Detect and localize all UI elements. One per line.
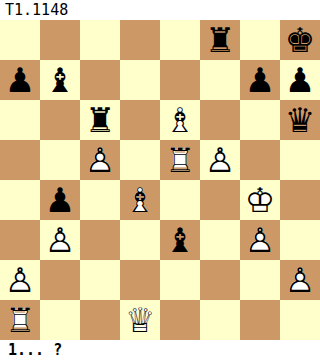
- square-b7[interactable]: ♝: [40, 60, 80, 100]
- white-queen-icon: ♕: [120, 300, 160, 340]
- square-g7[interactable]: ♟: [240, 60, 280, 100]
- square-a3[interactable]: [0, 220, 40, 260]
- square-c8[interactable]: [80, 20, 120, 60]
- black-rook-icon: ♜: [200, 20, 240, 60]
- white-bishop-icon: ♗: [160, 100, 200, 140]
- square-c1[interactable]: [80, 300, 120, 340]
- square-d5[interactable]: [120, 140, 160, 180]
- white-pawn-icon: ♙: [40, 220, 80, 260]
- square-f2[interactable]: [200, 260, 240, 300]
- square-a1[interactable]: ♜♖: [0, 300, 40, 340]
- square-h2[interactable]: ♟♙: [280, 260, 320, 300]
- square-h1[interactable]: [280, 300, 320, 340]
- square-f7[interactable]: [200, 60, 240, 100]
- white-rook-icon: ♖: [0, 300, 40, 340]
- square-b2[interactable]: [40, 260, 80, 300]
- chess-board: ♜♚♟♝♟♟♜♝♗♛♟♙♜♖♟♙♟♝♗♚♔♟♙♝♟♙♟♙♟♙♜♖♛♕: [0, 20, 320, 340]
- square-g8[interactable]: [240, 20, 280, 60]
- white-bishop-icon: ♗: [120, 180, 160, 220]
- square-e3[interactable]: ♝: [160, 220, 200, 260]
- black-king-icon: ♚: [280, 20, 320, 60]
- square-h3[interactable]: [280, 220, 320, 260]
- square-f6[interactable]: [200, 100, 240, 140]
- square-d7[interactable]: [120, 60, 160, 100]
- white-pawn-icon-fill: ♟: [280, 260, 320, 300]
- puzzle-id-title: T1.1148: [0, 0, 320, 20]
- square-d3[interactable]: [120, 220, 160, 260]
- square-d1[interactable]: ♛♕: [120, 300, 160, 340]
- black-pawn-icon: ♟: [40, 180, 80, 220]
- white-pawn-icon-fill: ♟: [0, 260, 40, 300]
- square-a7[interactable]: ♟: [0, 60, 40, 100]
- square-h8[interactable]: ♚: [280, 20, 320, 60]
- square-d6[interactable]: [120, 100, 160, 140]
- square-a6[interactable]: [0, 100, 40, 140]
- white-bishop-icon-fill: ♝: [160, 100, 200, 140]
- square-c6[interactable]: ♜: [80, 100, 120, 140]
- white-pawn-icon-fill: ♟: [40, 220, 80, 260]
- square-g6[interactable]: [240, 100, 280, 140]
- black-rook-icon: ♜: [80, 100, 120, 140]
- square-e8[interactable]: [160, 20, 200, 60]
- white-pawn-icon-fill: ♟: [80, 140, 120, 180]
- square-h6[interactable]: ♛: [280, 100, 320, 140]
- white-rook-icon-fill: ♜: [160, 140, 200, 180]
- white-queen-icon-fill: ♛: [120, 300, 160, 340]
- square-f8[interactable]: ♜: [200, 20, 240, 60]
- square-h4[interactable]: [280, 180, 320, 220]
- square-c7[interactable]: [80, 60, 120, 100]
- square-e6[interactable]: ♝♗: [160, 100, 200, 140]
- white-pawn-icon: ♙: [240, 220, 280, 260]
- square-b6[interactable]: [40, 100, 80, 140]
- square-a2[interactable]: ♟♙: [0, 260, 40, 300]
- square-e5[interactable]: ♜♖: [160, 140, 200, 180]
- square-g1[interactable]: [240, 300, 280, 340]
- square-a5[interactable]: [0, 140, 40, 180]
- square-f1[interactable]: [200, 300, 240, 340]
- square-b8[interactable]: [40, 20, 80, 60]
- white-pawn-icon: ♙: [200, 140, 240, 180]
- white-pawn-icon-fill: ♟: [200, 140, 240, 180]
- square-d4[interactable]: ♝♗: [120, 180, 160, 220]
- square-e4[interactable]: [160, 180, 200, 220]
- black-bishop-icon: ♝: [160, 220, 200, 260]
- square-e2[interactable]: [160, 260, 200, 300]
- white-rook-icon: ♖: [160, 140, 200, 180]
- white-bishop-icon-fill: ♝: [120, 180, 160, 220]
- square-h7[interactable]: ♟: [280, 60, 320, 100]
- black-pawn-icon: ♟: [0, 60, 40, 100]
- square-g3[interactable]: ♟♙: [240, 220, 280, 260]
- white-rook-icon-fill: ♜: [0, 300, 40, 340]
- square-h5[interactable]: [280, 140, 320, 180]
- square-c3[interactable]: [80, 220, 120, 260]
- square-f5[interactable]: ♟♙: [200, 140, 240, 180]
- square-a4[interactable]: [0, 180, 40, 220]
- black-queen-icon: ♛: [280, 100, 320, 140]
- square-g2[interactable]: [240, 260, 280, 300]
- square-b1[interactable]: [40, 300, 80, 340]
- square-e1[interactable]: [160, 300, 200, 340]
- black-bishop-icon: ♝: [40, 60, 80, 100]
- square-b4[interactable]: ♟: [40, 180, 80, 220]
- square-d8[interactable]: [120, 20, 160, 60]
- square-c2[interactable]: [80, 260, 120, 300]
- white-pawn-icon-fill: ♟: [240, 220, 280, 260]
- square-b3[interactable]: ♟♙: [40, 220, 80, 260]
- square-c5[interactable]: ♟♙: [80, 140, 120, 180]
- square-g5[interactable]: [240, 140, 280, 180]
- black-pawn-icon: ♟: [240, 60, 280, 100]
- white-pawn-icon: ♙: [80, 140, 120, 180]
- chess-diagram-window: T1.1148 ♜♚♟♝♟♟♜♝♗♛♟♙♜♖♟♙♟♝♗♚♔♟♙♝♟♙♟♙♟♙♜♖…: [0, 0, 320, 360]
- move-prompt: 1... ?: [0, 340, 320, 360]
- white-king-icon-fill: ♚: [240, 180, 280, 220]
- square-d2[interactable]: [120, 260, 160, 300]
- white-pawn-icon: ♙: [280, 260, 320, 300]
- white-king-icon: ♔: [240, 180, 280, 220]
- square-c4[interactable]: [80, 180, 120, 220]
- white-pawn-icon: ♙: [0, 260, 40, 300]
- square-f4[interactable]: [200, 180, 240, 220]
- square-b5[interactable]: [40, 140, 80, 180]
- square-e7[interactable]: [160, 60, 200, 100]
- square-g4[interactable]: ♚♔: [240, 180, 280, 220]
- black-pawn-icon: ♟: [280, 60, 320, 100]
- square-f3[interactable]: [200, 220, 240, 260]
- square-a8[interactable]: [0, 20, 40, 60]
